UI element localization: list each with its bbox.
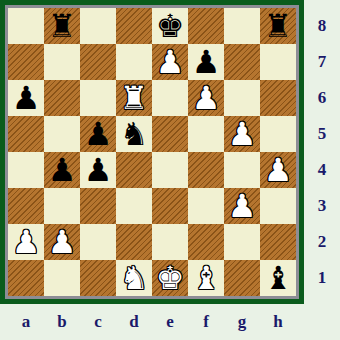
square-f1[interactable]: ♝ (188, 260, 224, 296)
rank-label-5: 5 (304, 116, 340, 152)
rank-label-4: 4 (304, 152, 340, 188)
square-f8[interactable] (188, 8, 224, 44)
file-label-a: a (8, 304, 44, 340)
square-e8[interactable]: ♚ (152, 8, 188, 44)
rank-label-7: 7 (304, 44, 340, 80)
square-g6[interactable] (224, 80, 260, 116)
square-d6[interactable]: ♜ (116, 80, 152, 116)
file-label-g: g (224, 304, 260, 340)
square-e1[interactable]: ♚ (152, 260, 188, 296)
square-d4[interactable] (116, 152, 152, 188)
square-e7[interactable]: ♟ (152, 44, 188, 80)
square-d2[interactable] (116, 224, 152, 260)
square-a7[interactable] (8, 44, 44, 80)
square-b7[interactable] (44, 44, 80, 80)
square-d8[interactable] (116, 8, 152, 44)
rank-label-8: 8 (304, 8, 340, 44)
square-g2[interactable] (224, 224, 260, 260)
square-f6[interactable]: ♟ (188, 80, 224, 116)
square-d5[interactable]: ♞ (116, 116, 152, 152)
square-a2[interactable]: ♟ (8, 224, 44, 260)
piece-white-pawn[interactable]: ♟ (12, 224, 41, 260)
piece-black-rook[interactable]: ♜ (48, 8, 77, 44)
piece-black-bishop[interactable]: ♝ (264, 260, 293, 296)
square-g1[interactable] (224, 260, 260, 296)
square-g5[interactable]: ♟ (224, 116, 260, 152)
piece-black-pawn[interactable]: ♟ (192, 44, 221, 80)
square-h8[interactable]: ♜ (260, 8, 296, 44)
square-e3[interactable] (152, 188, 188, 224)
square-h3[interactable] (260, 188, 296, 224)
piece-white-bishop[interactable]: ♝ (192, 260, 221, 296)
square-h5[interactable] (260, 116, 296, 152)
piece-white-pawn[interactable]: ♟ (228, 188, 257, 224)
square-g7[interactable] (224, 44, 260, 80)
chess-board: ♜♚♜♟♟♟♜♟♟♞♟♟♟♟♟♟♟♞♚♝♝ (8, 8, 296, 296)
square-c8[interactable] (80, 8, 116, 44)
piece-white-pawn[interactable]: ♟ (156, 44, 185, 80)
square-b2[interactable]: ♟ (44, 224, 80, 260)
square-f3[interactable] (188, 188, 224, 224)
piece-black-pawn[interactable]: ♟ (48, 152, 77, 188)
square-a4[interactable] (8, 152, 44, 188)
square-c6[interactable] (80, 80, 116, 116)
square-d1[interactable]: ♞ (116, 260, 152, 296)
rank-label-2: 2 (304, 224, 340, 260)
piece-white-rook[interactable]: ♜ (120, 80, 149, 116)
square-b3[interactable] (44, 188, 80, 224)
file-labels: abcdefgh (8, 304, 296, 340)
square-a5[interactable] (8, 116, 44, 152)
square-b4[interactable]: ♟ (44, 152, 80, 188)
rank-label-1: 1 (304, 260, 340, 296)
square-e4[interactable] (152, 152, 188, 188)
file-label-f: f (188, 304, 224, 340)
piece-black-pawn[interactable]: ♟ (12, 80, 41, 116)
square-b8[interactable]: ♜ (44, 8, 80, 44)
square-e6[interactable] (152, 80, 188, 116)
square-h1[interactable]: ♝ (260, 260, 296, 296)
piece-white-pawn[interactable]: ♟ (228, 116, 257, 152)
square-h6[interactable] (260, 80, 296, 116)
file-label-d: d (116, 304, 152, 340)
file-label-h: h (260, 304, 296, 340)
file-label-e: e (152, 304, 188, 340)
square-h4[interactable]: ♟ (260, 152, 296, 188)
square-d3[interactable] (116, 188, 152, 224)
square-h7[interactable] (260, 44, 296, 80)
square-c5[interactable]: ♟ (80, 116, 116, 152)
square-g8[interactable] (224, 8, 260, 44)
piece-black-pawn[interactable]: ♟ (84, 116, 113, 152)
square-c7[interactable] (80, 44, 116, 80)
piece-white-knight[interactable]: ♞ (120, 260, 149, 296)
square-a1[interactable] (8, 260, 44, 296)
square-a8[interactable] (8, 8, 44, 44)
piece-white-king[interactable]: ♚ (156, 260, 185, 296)
square-d7[interactable] (116, 44, 152, 80)
piece-black-knight[interactable]: ♞ (120, 116, 149, 152)
piece-white-pawn[interactable]: ♟ (192, 80, 221, 116)
square-c3[interactable] (80, 188, 116, 224)
square-f7[interactable]: ♟ (188, 44, 224, 80)
piece-black-pawn[interactable]: ♟ (84, 152, 113, 188)
square-c4[interactable]: ♟ (80, 152, 116, 188)
file-label-b: b (44, 304, 80, 340)
square-c2[interactable] (80, 224, 116, 260)
rank-labels: 87654321 (304, 8, 340, 296)
square-f4[interactable] (188, 152, 224, 188)
square-g3[interactable]: ♟ (224, 188, 260, 224)
square-b5[interactable] (44, 116, 80, 152)
square-e5[interactable] (152, 116, 188, 152)
piece-black-king[interactable]: ♚ (156, 8, 185, 44)
square-f5[interactable] (188, 116, 224, 152)
square-a3[interactable] (8, 188, 44, 224)
piece-white-pawn[interactable]: ♟ (48, 224, 77, 260)
board-frame: ♜♚♜♟♟♟♜♟♟♞♟♟♟♟♟♟♟♞♚♝♝ (0, 0, 304, 304)
square-f2[interactable] (188, 224, 224, 260)
square-e2[interactable] (152, 224, 188, 260)
square-b1[interactable] (44, 260, 80, 296)
file-label-c: c (80, 304, 116, 340)
rank-label-6: 6 (304, 80, 340, 116)
piece-white-pawn[interactable]: ♟ (264, 152, 293, 188)
chess-diagram: ♜♚♜♟♟♟♜♟♟♞♟♟♟♟♟♟♟♞♚♝♝ 87654321 abcdefgh (0, 0, 340, 340)
square-g4[interactable] (224, 152, 260, 188)
square-a6[interactable]: ♟ (8, 80, 44, 116)
square-c1[interactable] (80, 260, 116, 296)
square-h2[interactable] (260, 224, 296, 260)
piece-black-rook[interactable]: ♜ (264, 8, 293, 44)
rank-label-3: 3 (304, 188, 340, 224)
board-inner-border: ♜♚♜♟♟♟♜♟♟♞♟♟♟♟♟♟♟♞♚♝♝ (5, 5, 299, 299)
square-b6[interactable] (44, 80, 80, 116)
